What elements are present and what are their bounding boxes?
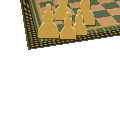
chess-piece-pawn[interactable]: ♟ <box>56 9 80 45</box>
chess-set-photo: ♟♟♟♟♟ <box>0 0 120 120</box>
